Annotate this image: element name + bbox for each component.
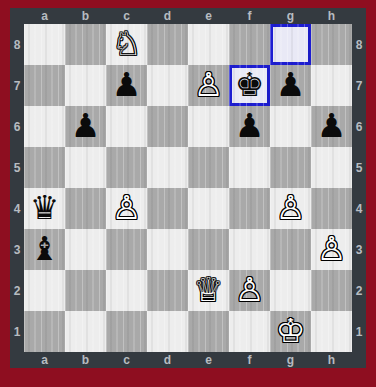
rank-label-4-right: 4 (352, 188, 366, 229)
square-d1[interactable] (147, 311, 188, 352)
square-d3[interactable] (147, 229, 188, 270)
square-g2[interactable] (270, 270, 311, 311)
square-d7[interactable] (147, 65, 188, 106)
black-pawn: ♟ (276, 68, 306, 103)
corner-spacer (10, 352, 24, 368)
square-g4[interactable]: ♙ (270, 188, 311, 229)
black-pawn: ♟ (71, 109, 101, 144)
file-label-e-bottom: e (188, 352, 229, 368)
rank-label-8-right: 8 (352, 24, 366, 65)
square-h3[interactable]: ♙ (311, 229, 352, 270)
white-pawn: ♙ (112, 191, 142, 226)
square-h8[interactable] (311, 24, 352, 65)
square-h2[interactable] (311, 270, 352, 311)
file-label-d-bottom: d (147, 352, 188, 368)
square-d4[interactable] (147, 188, 188, 229)
rank-label-3-right: 3 (352, 229, 366, 270)
file-label-h-bottom: h (311, 352, 352, 368)
square-b1[interactable] (65, 311, 106, 352)
white-pawn: ♙ (194, 68, 224, 103)
square-g3[interactable] (270, 229, 311, 270)
square-h5[interactable] (311, 147, 352, 188)
square-g5[interactable] (270, 147, 311, 188)
file-label-b-bottom: b (65, 352, 106, 368)
file-label-b-top: b (65, 8, 106, 24)
rank-label-5-right: 5 (352, 147, 366, 188)
square-f5[interactable] (229, 147, 270, 188)
square-c1[interactable] (106, 311, 147, 352)
file-label-f-bottom: f (229, 352, 270, 368)
square-h6[interactable]: ♟ (311, 106, 352, 147)
square-a7[interactable] (24, 65, 65, 106)
square-e7[interactable]: ♙ (188, 65, 229, 106)
rank-label-7-right: 7 (352, 65, 366, 106)
file-label-a-bottom: a (24, 352, 65, 368)
file-label-c-bottom: c (106, 352, 147, 368)
black-queen: ♛ (30, 191, 60, 226)
square-a5[interactable] (24, 147, 65, 188)
square-e8[interactable] (188, 24, 229, 65)
square-c2[interactable] (106, 270, 147, 311)
square-f8[interactable] (229, 24, 270, 65)
square-f1[interactable] (229, 311, 270, 352)
rank-label-3-left: 3 (10, 229, 24, 270)
file-label-g-top: g (270, 8, 311, 24)
square-d5[interactable] (147, 147, 188, 188)
square-b3[interactable] (65, 229, 106, 270)
rank-label-2-left: 2 (10, 270, 24, 311)
square-f4[interactable] (229, 188, 270, 229)
file-label-a-top: a (24, 8, 65, 24)
square-e1[interactable] (188, 311, 229, 352)
square-a6[interactable] (24, 106, 65, 147)
black-pawn: ♟ (317, 109, 347, 144)
square-a2[interactable] (24, 270, 65, 311)
rank-label-5-left: 5 (10, 147, 24, 188)
rank-label-7-left: 7 (10, 65, 24, 106)
square-b4[interactable] (65, 188, 106, 229)
white-king: ♔ (276, 314, 306, 349)
square-h1[interactable] (311, 311, 352, 352)
rank-label-1-right: 1 (352, 311, 366, 352)
square-g1[interactable]: ♔ (270, 311, 311, 352)
square-c7[interactable]: ♟ (106, 65, 147, 106)
square-e2[interactable]: ♕ (188, 270, 229, 311)
corner-spacer (10, 8, 24, 24)
rank-label-6-left: 6 (10, 106, 24, 147)
square-e4[interactable] (188, 188, 229, 229)
black-bishop: ♝ (30, 232, 60, 267)
corner-spacer (352, 352, 366, 368)
square-g6[interactable] (270, 106, 311, 147)
square-c4[interactable]: ♙ (106, 188, 147, 229)
square-e5[interactable] (188, 147, 229, 188)
file-label-h-top: h (311, 8, 352, 24)
square-b5[interactable] (65, 147, 106, 188)
rank-label-6-right: 6 (352, 106, 366, 147)
square-e3[interactable] (188, 229, 229, 270)
file-label-g-bottom: g (270, 352, 311, 368)
square-f6[interactable]: ♟ (229, 106, 270, 147)
square-b7[interactable] (65, 65, 106, 106)
file-label-f-top: f (229, 8, 270, 24)
square-b6[interactable]: ♟ (65, 106, 106, 147)
rank-label-8-left: 8 (10, 24, 24, 65)
file-label-c-top: c (106, 8, 147, 24)
white-knight: ♘ (112, 27, 142, 62)
chess-board: abcdefgh8♘87♟♙♚♟76♟♟♟6554♛♙♙43♝♙32♕♙21♔1… (10, 8, 366, 368)
square-c8[interactable]: ♘ (106, 24, 147, 65)
file-label-e-top: e (188, 8, 229, 24)
black-king: ♚ (235, 68, 265, 103)
square-h7[interactable] (311, 65, 352, 106)
square-f2[interactable]: ♙ (229, 270, 270, 311)
square-b2[interactable] (65, 270, 106, 311)
square-a1[interactable] (24, 311, 65, 352)
square-f3[interactable] (229, 229, 270, 270)
file-label-d-top: d (147, 8, 188, 24)
white-queen: ♕ (194, 273, 224, 308)
square-a8[interactable] (24, 24, 65, 65)
square-f7[interactable]: ♚ (229, 65, 270, 106)
square-g8[interactable] (270, 24, 311, 65)
square-d6[interactable] (147, 106, 188, 147)
white-pawn: ♙ (317, 232, 347, 267)
black-pawn: ♟ (235, 109, 265, 144)
square-c3[interactable] (106, 229, 147, 270)
black-pawn: ♟ (112, 68, 142, 103)
square-d2[interactable] (147, 270, 188, 311)
square-a3[interactable]: ♝ (24, 229, 65, 270)
corner-spacer (352, 8, 366, 24)
square-d8[interactable] (147, 24, 188, 65)
white-pawn: ♙ (235, 273, 265, 308)
rank-label-1-left: 1 (10, 311, 24, 352)
square-h4[interactable] (311, 188, 352, 229)
square-a4[interactable]: ♛ (24, 188, 65, 229)
board-frame: abcdefgh8♘87♟♙♚♟76♟♟♟6554♛♙♙43♝♙32♕♙21♔1… (0, 0, 376, 387)
square-e6[interactable] (188, 106, 229, 147)
square-g7[interactable]: ♟ (270, 65, 311, 106)
square-c5[interactable] (106, 147, 147, 188)
square-b8[interactable] (65, 24, 106, 65)
white-pawn: ♙ (276, 191, 306, 226)
rank-label-4-left: 4 (10, 188, 24, 229)
square-c6[interactable] (106, 106, 147, 147)
rank-label-2-right: 2 (352, 270, 366, 311)
